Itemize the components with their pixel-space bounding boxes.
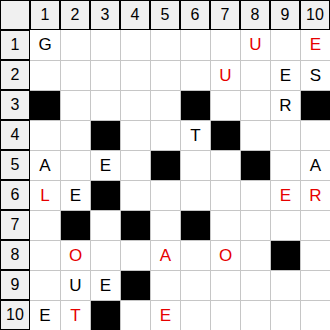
cell-r10c10[interactable] <box>300 300 330 330</box>
row-header-8: 8 <box>0 240 30 270</box>
row-header-7: 7 <box>0 210 30 240</box>
cell-r4c4[interactable] <box>120 120 150 150</box>
cell-r6c2[interactable]: E <box>60 180 90 210</box>
cell-r6c9[interactable]: E <box>270 180 300 210</box>
row-header-10: 10 <box>0 300 30 330</box>
cell-r5c3[interactable]: E <box>90 150 120 180</box>
cell-r1c1[interactable]: G <box>30 30 60 60</box>
block-cell-r6c3 <box>90 180 120 210</box>
cell-r5c10[interactable]: A <box>300 150 330 180</box>
col-header-8: 8 <box>240 0 270 30</box>
cell-r6c5[interactable] <box>150 180 180 210</box>
cell-r9c5[interactable] <box>150 270 180 300</box>
cell-r8c6[interactable] <box>180 240 210 270</box>
col-header-10: 10 <box>300 0 330 30</box>
col-header-6: 6 <box>180 0 210 30</box>
cell-r7c3[interactable] <box>90 210 120 240</box>
cell-r2c9[interactable]: E <box>270 60 300 90</box>
cell-r9c1[interactable] <box>30 270 60 300</box>
cell-r5c9[interactable] <box>270 150 300 180</box>
col-header-2: 2 <box>60 0 90 30</box>
cell-r6c6[interactable] <box>180 180 210 210</box>
cell-r8c2[interactable]: O <box>60 240 90 270</box>
row-header-1: 1 <box>0 30 30 60</box>
cell-r10c9[interactable] <box>270 300 300 330</box>
cell-r1c6[interactable] <box>180 30 210 60</box>
cell-r6c8[interactable] <box>240 180 270 210</box>
cell-r2c5[interactable] <box>150 60 180 90</box>
cell-r1c2[interactable] <box>60 30 90 60</box>
row-header-9: 9 <box>0 270 30 300</box>
cell-r8c7[interactable]: O <box>210 240 240 270</box>
block-cell-r7c2 <box>60 210 90 240</box>
cell-r7c10[interactable] <box>300 210 330 240</box>
cell-r10c4[interactable] <box>120 300 150 330</box>
cell-r10c6[interactable] <box>180 300 210 330</box>
cell-r3c2[interactable] <box>60 90 90 120</box>
cell-r5c7[interactable] <box>210 150 240 180</box>
block-cell-r3c6 <box>180 90 210 120</box>
cell-r9c2[interactable]: U <box>60 270 90 300</box>
cell-r4c10[interactable] <box>300 120 330 150</box>
cell-r10c1[interactable]: E <box>30 300 60 330</box>
row-header-6: 6 <box>0 180 30 210</box>
row-header-3: 3 <box>0 90 30 120</box>
cell-r9c3[interactable]: E <box>90 270 120 300</box>
cell-r1c8[interactable]: U <box>240 30 270 60</box>
cell-r4c8[interactable] <box>240 120 270 150</box>
cell-r3c9[interactable]: R <box>270 90 300 120</box>
cell-r1c5[interactable] <box>150 30 180 60</box>
cell-r10c7[interactable] <box>210 300 240 330</box>
cell-r7c9[interactable] <box>270 210 300 240</box>
cell-r7c5[interactable] <box>150 210 180 240</box>
cell-r10c5[interactable]: E <box>150 300 180 330</box>
block-cell-r5c5 <box>150 150 180 180</box>
cell-r8c10[interactable] <box>300 240 330 270</box>
cell-r10c8[interactable] <box>240 300 270 330</box>
cell-r2c8[interactable] <box>240 60 270 90</box>
block-cell-r7c6 <box>180 210 210 240</box>
cell-r8c1[interactable] <box>30 240 60 270</box>
cell-r2c2[interactable] <box>60 60 90 90</box>
cell-r2c1[interactable] <box>30 60 60 90</box>
cell-r6c1[interactable]: L <box>30 180 60 210</box>
corner-cell <box>0 0 30 30</box>
cell-r6c10[interactable]: R <box>300 180 330 210</box>
cell-r7c8[interactable] <box>240 210 270 240</box>
col-header-3: 3 <box>90 0 120 30</box>
col-header-9: 9 <box>270 0 300 30</box>
cell-r2c3[interactable] <box>90 60 120 90</box>
col-header-1: 1 <box>30 0 60 30</box>
block-cell-r3c1 <box>30 90 60 120</box>
cell-r4c1[interactable] <box>30 120 60 150</box>
cell-r9c9[interactable] <box>270 270 300 300</box>
crossword-board: 123456789101GUE2UES3R4T5AEA6LEER78OAO9UE… <box>0 0 330 330</box>
col-header-5: 5 <box>150 0 180 30</box>
cell-r4c9[interactable] <box>270 120 300 150</box>
cell-r1c10[interactable]: E <box>300 30 330 60</box>
cell-r9c8[interactable] <box>240 270 270 300</box>
cell-r5c6[interactable] <box>180 150 210 180</box>
block-cell-r9c4 <box>120 270 150 300</box>
row-header-5: 5 <box>0 150 30 180</box>
col-header-7: 7 <box>210 0 240 30</box>
col-header-4: 4 <box>120 0 150 30</box>
cell-r8c5[interactable]: A <box>150 240 180 270</box>
cell-r3c4[interactable] <box>120 90 150 120</box>
cell-r2c6[interactable] <box>180 60 210 90</box>
block-cell-r4c7 <box>210 120 240 150</box>
cell-r9c6[interactable] <box>180 270 210 300</box>
cell-r3c5[interactable] <box>150 90 180 120</box>
cell-r1c3[interactable] <box>90 30 120 60</box>
cell-r4c6[interactable]: T <box>180 120 210 150</box>
cell-r3c3[interactable] <box>90 90 120 120</box>
cell-r7c7[interactable] <box>210 210 240 240</box>
cell-r9c10[interactable] <box>300 270 330 300</box>
cell-r1c7[interactable] <box>210 30 240 60</box>
cell-r5c2[interactable] <box>60 150 90 180</box>
cell-r2c4[interactable] <box>120 60 150 90</box>
cell-r8c3[interactable] <box>90 240 120 270</box>
cell-r5c1[interactable]: A <box>30 150 60 180</box>
block-cell-r3c10 <box>300 90 330 120</box>
cell-r4c2[interactable] <box>60 120 90 150</box>
cell-r7c1[interactable] <box>30 210 60 240</box>
cell-r1c9[interactable] <box>270 30 300 60</box>
block-cell-r5c8 <box>240 150 270 180</box>
cell-r8c8[interactable] <box>240 240 270 270</box>
cell-r3c7[interactable] <box>210 90 240 120</box>
block-cell-r7c4 <box>120 210 150 240</box>
block-cell-r10c3 <box>90 300 120 330</box>
block-cell-r8c9 <box>270 240 300 270</box>
block-cell-r4c3 <box>90 120 120 150</box>
cell-r2c7[interactable]: U <box>210 60 240 90</box>
row-header-4: 4 <box>0 120 30 150</box>
cell-r3c8[interactable] <box>240 90 270 120</box>
cell-r4c5[interactable] <box>150 120 180 150</box>
cell-r2c10[interactable]: S <box>300 60 330 90</box>
cell-r5c4[interactable] <box>120 150 150 180</box>
cell-r8c4[interactable] <box>120 240 150 270</box>
cell-r10c2[interactable]: T <box>60 300 90 330</box>
row-header-2: 2 <box>0 60 30 90</box>
cell-r9c7[interactable] <box>210 270 240 300</box>
cell-r6c4[interactable] <box>120 180 150 210</box>
cell-r1c4[interactable] <box>120 30 150 60</box>
cell-r6c7[interactable] <box>210 180 240 210</box>
